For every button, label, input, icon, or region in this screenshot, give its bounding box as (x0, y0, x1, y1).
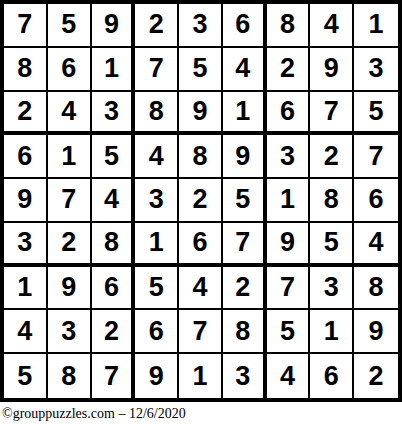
cell-r8c6[interactable]: 8 (223, 310, 267, 354)
cell-r8c4[interactable]: 6 (135, 310, 179, 354)
cell-r8c9[interactable]: 9 (354, 310, 398, 354)
cell-r6c2[interactable]: 2 (48, 223, 92, 267)
cell-r9c3[interactable]: 7 (92, 354, 136, 398)
cell-r2c1[interactable]: 8 (4, 48, 48, 92)
cell-r3c4[interactable]: 8 (135, 92, 179, 136)
cell-r2c7[interactable]: 2 (267, 48, 311, 92)
cell-r4c8[interactable]: 2 (310, 135, 354, 179)
cell-r2c9[interactable]: 3 (354, 48, 398, 92)
cell-r7c9[interactable]: 8 (354, 267, 398, 311)
cell-r3c1[interactable]: 2 (4, 92, 48, 136)
cell-r4c4[interactable]: 4 (135, 135, 179, 179)
cell-r7c6[interactable]: 2 (223, 267, 267, 311)
cell-r2c6[interactable]: 4 (223, 48, 267, 92)
cell-r8c8[interactable]: 1 (310, 310, 354, 354)
cell-r2c5[interactable]: 5 (179, 48, 223, 92)
cell-r9c5[interactable]: 1 (179, 354, 223, 398)
cell-r1c1[interactable]: 7 (4, 4, 48, 48)
cell-r1c5[interactable]: 3 (179, 4, 223, 48)
cell-r8c3[interactable]: 2 (92, 310, 136, 354)
sudoku-page: 7592368418617542932438916756154893279743… (0, 0, 402, 422)
cell-r1c8[interactable]: 4 (310, 4, 354, 48)
cell-r5c4[interactable]: 3 (135, 179, 179, 223)
cell-r7c1[interactable]: 1 (4, 267, 48, 311)
cell-r1c6[interactable]: 6 (223, 4, 267, 48)
cell-r3c2[interactable]: 4 (48, 92, 92, 136)
cell-r8c7[interactable]: 5 (267, 310, 311, 354)
cell-r9c1[interactable]: 5 (4, 354, 48, 398)
cell-r7c4[interactable]: 5 (135, 267, 179, 311)
cell-r5c3[interactable]: 4 (92, 179, 136, 223)
cell-r5c7[interactable]: 1 (267, 179, 311, 223)
cell-r9c6[interactable]: 3 (223, 354, 267, 398)
cell-r6c9[interactable]: 4 (354, 223, 398, 267)
cell-r1c4[interactable]: 2 (135, 4, 179, 48)
copyright-credit: ©grouppuzzles.com – 12/6/2020 (2, 406, 402, 422)
cell-r3c3[interactable]: 3 (92, 92, 136, 136)
cell-r5c6[interactable]: 5 (223, 179, 267, 223)
cell-r9c2[interactable]: 8 (48, 354, 92, 398)
cell-r7c2[interactable]: 9 (48, 267, 92, 311)
cell-r6c7[interactable]: 9 (267, 223, 311, 267)
cell-r6c4[interactable]: 1 (135, 223, 179, 267)
cell-r2c8[interactable]: 9 (310, 48, 354, 92)
cell-r7c7[interactable]: 7 (267, 267, 311, 311)
cell-r3c7[interactable]: 6 (267, 92, 311, 136)
cell-r8c5[interactable]: 7 (179, 310, 223, 354)
cell-r8c1[interactable]: 4 (4, 310, 48, 354)
cell-r4c6[interactable]: 9 (223, 135, 267, 179)
cell-r6c5[interactable]: 6 (179, 223, 223, 267)
cell-r6c6[interactable]: 7 (223, 223, 267, 267)
cell-r6c3[interactable]: 8 (92, 223, 136, 267)
cell-r9c4[interactable]: 9 (135, 354, 179, 398)
cell-r5c2[interactable]: 7 (48, 179, 92, 223)
cell-r9c8[interactable]: 6 (310, 354, 354, 398)
cell-r7c3[interactable]: 6 (92, 267, 136, 311)
cell-r7c5[interactable]: 4 (179, 267, 223, 311)
cell-r3c6[interactable]: 1 (223, 92, 267, 136)
cell-r9c7[interactable]: 4 (267, 354, 311, 398)
cell-r5c9[interactable]: 6 (354, 179, 398, 223)
cell-r5c5[interactable]: 2 (179, 179, 223, 223)
sudoku-board: 7592368418617542932438916756154893279743… (0, 0, 402, 402)
cell-r1c2[interactable]: 5 (48, 4, 92, 48)
cell-r5c8[interactable]: 8 (310, 179, 354, 223)
cell-r4c5[interactable]: 8 (179, 135, 223, 179)
cell-r2c2[interactable]: 6 (48, 48, 92, 92)
cell-r4c9[interactable]: 7 (354, 135, 398, 179)
cell-r3c5[interactable]: 9 (179, 92, 223, 136)
cell-r9c9[interactable]: 2 (354, 354, 398, 398)
cell-r1c3[interactable]: 9 (92, 4, 136, 48)
cell-r2c3[interactable]: 1 (92, 48, 136, 92)
cell-r2c4[interactable]: 7 (135, 48, 179, 92)
cell-r1c7[interactable]: 8 (267, 4, 311, 48)
cell-r6c1[interactable]: 3 (4, 223, 48, 267)
cell-r7c8[interactable]: 3 (310, 267, 354, 311)
cell-r4c1[interactable]: 6 (4, 135, 48, 179)
cell-r8c2[interactable]: 3 (48, 310, 92, 354)
cell-r3c9[interactable]: 5 (354, 92, 398, 136)
cell-r4c7[interactable]: 3 (267, 135, 311, 179)
cell-r5c1[interactable]: 9 (4, 179, 48, 223)
cell-r4c2[interactable]: 1 (48, 135, 92, 179)
cell-r3c8[interactable]: 7 (310, 92, 354, 136)
cell-r1c9[interactable]: 1 (354, 4, 398, 48)
cell-r4c3[interactable]: 5 (92, 135, 136, 179)
cell-r6c8[interactable]: 5 (310, 223, 354, 267)
